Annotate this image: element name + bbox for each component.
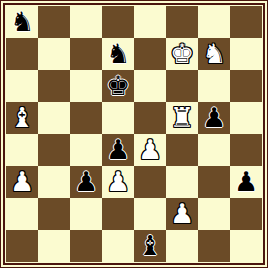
square-a3[interactable]: ♟ xyxy=(6,166,38,198)
square-h6[interactable] xyxy=(230,70,262,102)
square-c2[interactable] xyxy=(70,198,102,230)
square-c7[interactable] xyxy=(70,38,102,70)
square-d1[interactable] xyxy=(102,230,134,262)
square-f1[interactable] xyxy=(166,230,198,262)
square-g2[interactable] xyxy=(198,198,230,230)
square-g5[interactable]: ♟ xyxy=(198,102,230,134)
square-a5[interactable]: ♝ xyxy=(6,102,38,134)
square-e1[interactable]: ♝ xyxy=(134,230,166,262)
square-e3[interactable] xyxy=(134,166,166,198)
square-d5[interactable] xyxy=(102,102,134,134)
square-f3[interactable] xyxy=(166,166,198,198)
piece-white-pawn[interactable]: ♟ xyxy=(102,166,134,198)
piece-white-pawn[interactable]: ♟ xyxy=(134,134,166,166)
square-g1[interactable] xyxy=(198,230,230,262)
square-h5[interactable] xyxy=(230,102,262,134)
square-b4[interactable] xyxy=(38,134,70,166)
square-b3[interactable] xyxy=(38,166,70,198)
square-d2[interactable] xyxy=(102,198,134,230)
square-h8[interactable] xyxy=(230,6,262,38)
square-f6[interactable] xyxy=(166,70,198,102)
square-b1[interactable] xyxy=(38,230,70,262)
square-g4[interactable] xyxy=(198,134,230,166)
square-a1[interactable] xyxy=(6,230,38,262)
chess-board: ♞♞♚♞♚♝♜♟♟♟♟♟♟♟♟♝ xyxy=(6,6,262,262)
square-d7[interactable]: ♞ xyxy=(102,38,134,70)
square-h1[interactable] xyxy=(230,230,262,262)
square-b8[interactable] xyxy=(38,6,70,38)
piece-white-king[interactable]: ♚ xyxy=(166,38,198,70)
square-a8[interactable]: ♞ xyxy=(6,6,38,38)
piece-black-pawn[interactable]: ♟ xyxy=(70,166,102,198)
square-f8[interactable] xyxy=(166,6,198,38)
piece-white-rook[interactable]: ♜ xyxy=(166,102,198,134)
square-d4[interactable]: ♟ xyxy=(102,134,134,166)
square-h3[interactable]: ♟ xyxy=(230,166,262,198)
piece-white-pawn[interactable]: ♟ xyxy=(166,198,198,230)
piece-black-king[interactable]: ♚ xyxy=(102,70,134,102)
square-e7[interactable] xyxy=(134,38,166,70)
square-h2[interactable] xyxy=(230,198,262,230)
square-e6[interactable] xyxy=(134,70,166,102)
piece-white-pawn[interactable]: ♟ xyxy=(6,166,38,198)
square-c4[interactable] xyxy=(70,134,102,166)
square-f4[interactable] xyxy=(166,134,198,166)
square-c1[interactable] xyxy=(70,230,102,262)
square-c3[interactable]: ♟ xyxy=(70,166,102,198)
board-outer-frame: ♞♞♚♞♚♝♜♟♟♟♟♟♟♟♟♝ xyxy=(0,0,268,268)
piece-black-pawn[interactable]: ♟ xyxy=(102,134,134,166)
square-a6[interactable] xyxy=(6,70,38,102)
square-f7[interactable]: ♚ xyxy=(166,38,198,70)
square-f5[interactable]: ♜ xyxy=(166,102,198,134)
piece-black-knight[interactable]: ♞ xyxy=(6,6,38,38)
square-b5[interactable] xyxy=(38,102,70,134)
piece-black-pawn[interactable]: ♟ xyxy=(230,166,262,198)
square-c8[interactable] xyxy=(70,6,102,38)
square-e8[interactable] xyxy=(134,6,166,38)
board-inner-frame: ♞♞♚♞♚♝♜♟♟♟♟♟♟♟♟♝ xyxy=(3,3,265,265)
square-g7[interactable]: ♞ xyxy=(198,38,230,70)
square-c5[interactable] xyxy=(70,102,102,134)
square-g3[interactable] xyxy=(198,166,230,198)
square-g8[interactable] xyxy=(198,6,230,38)
square-d6[interactable]: ♚ xyxy=(102,70,134,102)
square-f2[interactable]: ♟ xyxy=(166,198,198,230)
square-d3[interactable]: ♟ xyxy=(102,166,134,198)
piece-white-knight[interactable]: ♞ xyxy=(198,38,230,70)
square-b7[interactable] xyxy=(38,38,70,70)
square-e5[interactable] xyxy=(134,102,166,134)
piece-black-knight[interactable]: ♞ xyxy=(102,38,134,70)
square-b2[interactable] xyxy=(38,198,70,230)
square-a7[interactable] xyxy=(6,38,38,70)
square-b6[interactable] xyxy=(38,70,70,102)
square-h7[interactable] xyxy=(230,38,262,70)
square-h4[interactable] xyxy=(230,134,262,166)
piece-white-bishop[interactable]: ♝ xyxy=(6,102,38,134)
square-c6[interactable] xyxy=(70,70,102,102)
square-g6[interactable] xyxy=(198,70,230,102)
piece-black-bishop[interactable]: ♝ xyxy=(134,230,166,262)
square-e2[interactable] xyxy=(134,198,166,230)
piece-black-pawn[interactable]: ♟ xyxy=(198,102,230,134)
square-a4[interactable] xyxy=(6,134,38,166)
square-e4[interactable]: ♟ xyxy=(134,134,166,166)
square-d8[interactable] xyxy=(102,6,134,38)
square-a2[interactable] xyxy=(6,198,38,230)
